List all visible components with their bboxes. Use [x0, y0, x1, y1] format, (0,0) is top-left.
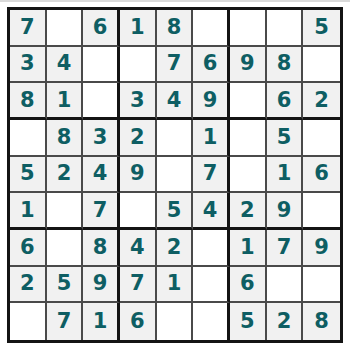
cell-r7c1[interactable]: 6 — [10, 230, 47, 267]
cell-r6c1[interactable]: 1 — [10, 193, 47, 230]
cell-r2c2[interactable]: 4 — [47, 47, 84, 84]
top-edge-strip — [0, 0, 350, 2]
cell-r8c9[interactable] — [303, 267, 340, 304]
cell-r9c7[interactable]: 5 — [230, 303, 267, 340]
cell-r9c4[interactable]: 6 — [120, 303, 157, 340]
cell-r9c3[interactable]: 1 — [83, 303, 120, 340]
cell-r4c2[interactable]: 8 — [47, 120, 84, 157]
cell-r3c2[interactable]: 1 — [47, 83, 84, 120]
cell-r7c8[interactable]: 7 — [267, 230, 304, 267]
cell-r9c9[interactable]: 8 — [303, 303, 340, 340]
cell-r4c5[interactable] — [157, 120, 194, 157]
cell-r2c5[interactable]: 7 — [157, 47, 194, 84]
cell-r2c4[interactable] — [120, 47, 157, 84]
cell-r1c5[interactable]: 8 — [157, 10, 194, 47]
cell-r3c8[interactable]: 6 — [267, 83, 304, 120]
cell-r4c1[interactable] — [10, 120, 47, 157]
cell-r2c9[interactable] — [303, 47, 340, 84]
cell-r6c9[interactable] — [303, 193, 340, 230]
cell-r8c6[interactable] — [193, 267, 230, 304]
cell-r5c5[interactable] — [157, 157, 194, 194]
cell-r6c6[interactable]: 4 — [193, 193, 230, 230]
cell-r2c7[interactable]: 9 — [230, 47, 267, 84]
sudoku-board: 7618534769881349628321552497161754296842… — [7, 7, 343, 343]
cell-r8c7[interactable]: 6 — [230, 267, 267, 304]
cell-r7c4[interactable]: 4 — [120, 230, 157, 267]
cell-r4c9[interactable] — [303, 120, 340, 157]
cell-r5c1[interactable]: 5 — [10, 157, 47, 194]
cell-r2c8[interactable]: 8 — [267, 47, 304, 84]
cell-r7c9[interactable]: 9 — [303, 230, 340, 267]
cell-r3c4[interactable]: 3 — [120, 83, 157, 120]
cell-r8c2[interactable]: 5 — [47, 267, 84, 304]
cell-r1c4[interactable]: 1 — [120, 10, 157, 47]
cell-r6c2[interactable] — [47, 193, 84, 230]
cell-r1c6[interactable] — [193, 10, 230, 47]
cell-r4c4[interactable]: 2 — [120, 120, 157, 157]
cell-r6c8[interactable]: 9 — [267, 193, 304, 230]
cell-r2c1[interactable]: 3 — [10, 47, 47, 84]
cell-r2c3[interactable] — [83, 47, 120, 84]
cell-r3c5[interactable]: 4 — [157, 83, 194, 120]
cell-r5c2[interactable]: 2 — [47, 157, 84, 194]
cell-r1c9[interactable]: 5 — [303, 10, 340, 47]
cell-r5c6[interactable]: 7 — [193, 157, 230, 194]
cell-r1c1[interactable]: 7 — [10, 10, 47, 47]
cell-r3c1[interactable]: 8 — [10, 83, 47, 120]
cell-r8c1[interactable]: 2 — [10, 267, 47, 304]
cell-r7c6[interactable] — [193, 230, 230, 267]
cell-r9c1[interactable] — [10, 303, 47, 340]
cell-r6c4[interactable] — [120, 193, 157, 230]
cell-r1c8[interactable] — [267, 10, 304, 47]
cell-r9c2[interactable]: 7 — [47, 303, 84, 340]
cell-r8c3[interactable]: 9 — [83, 267, 120, 304]
cell-r4c3[interactable]: 3 — [83, 120, 120, 157]
cell-r7c3[interactable]: 8 — [83, 230, 120, 267]
cell-r4c8[interactable]: 5 — [267, 120, 304, 157]
cell-r3c9[interactable]: 2 — [303, 83, 340, 120]
cell-r7c7[interactable]: 1 — [230, 230, 267, 267]
cell-r5c4[interactable]: 9 — [120, 157, 157, 194]
cell-r7c2[interactable] — [47, 230, 84, 267]
cell-r8c5[interactable]: 1 — [157, 267, 194, 304]
cell-r6c3[interactable]: 7 — [83, 193, 120, 230]
cell-r5c8[interactable]: 1 — [267, 157, 304, 194]
cell-r9c8[interactable]: 2 — [267, 303, 304, 340]
cell-r3c3[interactable] — [83, 83, 120, 120]
cell-r7c5[interactable]: 2 — [157, 230, 194, 267]
cell-r5c9[interactable]: 6 — [303, 157, 340, 194]
cell-r9c5[interactable] — [157, 303, 194, 340]
cell-r3c7[interactable] — [230, 83, 267, 120]
cell-r8c4[interactable]: 7 — [120, 267, 157, 304]
cell-r1c7[interactable] — [230, 10, 267, 47]
cell-r4c6[interactable]: 1 — [193, 120, 230, 157]
cell-r1c3[interactable]: 6 — [83, 10, 120, 47]
cell-r6c5[interactable]: 5 — [157, 193, 194, 230]
cell-r8c8[interactable] — [267, 267, 304, 304]
cell-r2c6[interactable]: 6 — [193, 47, 230, 84]
cell-r5c7[interactable] — [230, 157, 267, 194]
cell-r5c3[interactable]: 4 — [83, 157, 120, 194]
cell-r1c2[interactable] — [47, 10, 84, 47]
cell-r4c7[interactable] — [230, 120, 267, 157]
cell-r6c7[interactable]: 2 — [230, 193, 267, 230]
cell-r3c6[interactable]: 9 — [193, 83, 230, 120]
cell-r9c6[interactable] — [193, 303, 230, 340]
